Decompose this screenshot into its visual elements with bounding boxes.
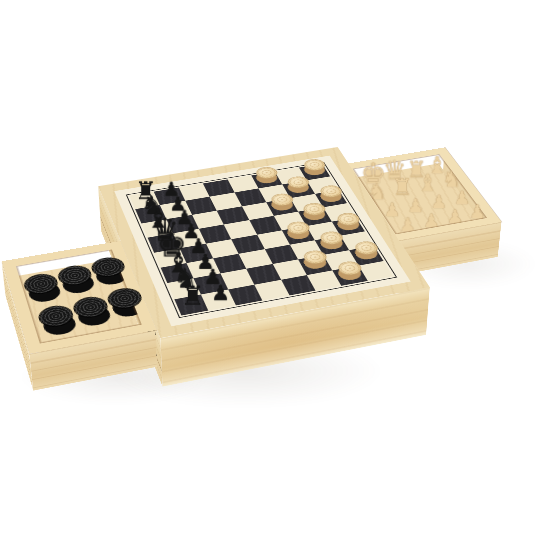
draughts-piece-black-stack: [22, 267, 59, 290]
draughts-piece-light: [318, 237, 346, 253]
scene: ♜♟♞♟♝♟♛♟♚♟♝♟♞♟♜♟ ♚♛♜♝♞♜♝♞♟♟♟♟♟♟♟♟: [98, 147, 430, 338]
draughts-piece-black-stack: [37, 299, 75, 324]
product-photo-stage: { "game": "Chess and draughts (checkers)…: [0, 0, 550, 550]
draughts-piece-light: [284, 227, 312, 243]
draughts-piece-light: [335, 267, 364, 284]
draughts-piece-black-stack: [106, 282, 144, 306]
draughts-piece-black-stack: [71, 290, 109, 314]
draughts-piece-black-stack: [56, 259, 93, 282]
draughts-piece-light: [301, 257, 330, 274]
draughts-piece-black-stack: [89, 251, 126, 274]
